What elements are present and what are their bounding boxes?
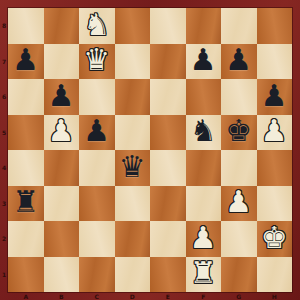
square-c1[interactable] xyxy=(79,257,115,293)
square-f2[interactable]: ♟ xyxy=(186,221,222,257)
square-f7[interactable]: ♟ xyxy=(186,44,222,80)
white-pawn[interactable]: ♟ xyxy=(225,187,252,217)
rank-label-1: 1 xyxy=(0,257,8,293)
square-g1[interactable] xyxy=(221,257,257,293)
square-a1[interactable] xyxy=(8,257,44,293)
square-f8[interactable] xyxy=(186,8,222,44)
square-f5[interactable]: ♞ xyxy=(186,115,222,151)
square-h7[interactable] xyxy=(257,44,293,80)
square-c6[interactable] xyxy=(79,79,115,115)
file-label-c: C xyxy=(79,292,115,300)
square-b2[interactable] xyxy=(44,221,80,257)
chess-board-frame: 87654321 ABCDEFGH ♞♟♛♟♟♟♟♟♟♞♚♟♛♜♟♟♚♜ xyxy=(0,0,300,300)
black-pawn[interactable]: ♟ xyxy=(261,81,288,111)
square-e3[interactable] xyxy=(150,186,186,222)
white-knight[interactable]: ♞ xyxy=(83,10,110,40)
square-b8[interactable] xyxy=(44,8,80,44)
square-a8[interactable] xyxy=(8,8,44,44)
square-b1[interactable] xyxy=(44,257,80,293)
square-b4[interactable] xyxy=(44,150,80,186)
square-h2[interactable]: ♚ xyxy=(257,221,293,257)
white-pawn[interactable]: ♟ xyxy=(48,116,75,146)
square-g4[interactable] xyxy=(221,150,257,186)
square-g7[interactable]: ♟ xyxy=(221,44,257,80)
square-d7[interactable] xyxy=(115,44,151,80)
rank-label-2: 2 xyxy=(0,221,8,257)
white-queen[interactable]: ♛ xyxy=(83,45,110,75)
rank-label-6: 6 xyxy=(0,79,8,115)
square-a2[interactable] xyxy=(8,221,44,257)
square-b3[interactable] xyxy=(44,186,80,222)
square-b6[interactable]: ♟ xyxy=(44,79,80,115)
square-c3[interactable] xyxy=(79,186,115,222)
square-f4[interactable] xyxy=(186,150,222,186)
square-g2[interactable] xyxy=(221,221,257,257)
square-h5[interactable]: ♟ xyxy=(257,115,293,151)
file-labels: ABCDEFGH xyxy=(8,292,292,300)
file-label-a: A xyxy=(8,292,44,300)
square-h6[interactable]: ♟ xyxy=(257,79,293,115)
file-label-g: G xyxy=(221,292,257,300)
square-h4[interactable] xyxy=(257,150,293,186)
square-d2[interactable] xyxy=(115,221,151,257)
file-label-e: E xyxy=(150,292,186,300)
square-e5[interactable] xyxy=(150,115,186,151)
square-c5[interactable]: ♟ xyxy=(79,115,115,151)
square-g5[interactable]: ♚ xyxy=(221,115,257,151)
square-g3[interactable]: ♟ xyxy=(221,186,257,222)
square-c8[interactable]: ♞ xyxy=(79,8,115,44)
square-c2[interactable] xyxy=(79,221,115,257)
square-d3[interactable] xyxy=(115,186,151,222)
square-h3[interactable] xyxy=(257,186,293,222)
white-king[interactable]: ♚ xyxy=(261,223,288,253)
square-e1[interactable] xyxy=(150,257,186,293)
square-e4[interactable] xyxy=(150,150,186,186)
square-a3[interactable]: ♜ xyxy=(8,186,44,222)
square-a6[interactable] xyxy=(8,79,44,115)
square-f1[interactable]: ♜ xyxy=(186,257,222,293)
black-pawn[interactable]: ♟ xyxy=(190,45,217,75)
square-f3[interactable] xyxy=(186,186,222,222)
square-d4[interactable]: ♛ xyxy=(115,150,151,186)
rank-label-8: 8 xyxy=(0,8,8,44)
square-d1[interactable] xyxy=(115,257,151,293)
black-king[interactable]: ♚ xyxy=(225,116,252,146)
rank-label-3: 3 xyxy=(0,186,8,222)
square-g8[interactable] xyxy=(221,8,257,44)
file-label-h: H xyxy=(257,292,293,300)
black-pawn[interactable]: ♟ xyxy=(225,45,252,75)
rank-label-7: 7 xyxy=(0,44,8,80)
square-e6[interactable] xyxy=(150,79,186,115)
rank-label-5: 5 xyxy=(0,115,8,151)
file-label-d: D xyxy=(115,292,151,300)
file-label-f: F xyxy=(186,292,222,300)
black-pawn[interactable]: ♟ xyxy=(12,45,39,75)
square-h1[interactable] xyxy=(257,257,293,293)
square-e2[interactable] xyxy=(150,221,186,257)
square-g6[interactable] xyxy=(221,79,257,115)
white-pawn[interactable]: ♟ xyxy=(261,116,288,146)
square-e8[interactable] xyxy=(150,8,186,44)
square-h8[interactable] xyxy=(257,8,293,44)
black-knight[interactable]: ♞ xyxy=(190,116,217,146)
black-pawn[interactable]: ♟ xyxy=(83,116,110,146)
square-b5[interactable]: ♟ xyxy=(44,115,80,151)
square-d6[interactable] xyxy=(115,79,151,115)
square-f6[interactable] xyxy=(186,79,222,115)
square-c4[interactable] xyxy=(79,150,115,186)
square-c7[interactable]: ♛ xyxy=(79,44,115,80)
file-label-b: B xyxy=(44,292,80,300)
black-pawn[interactable]: ♟ xyxy=(48,81,75,111)
square-a4[interactable] xyxy=(8,150,44,186)
square-d8[interactable] xyxy=(115,8,151,44)
white-rook[interactable]: ♜ xyxy=(190,258,217,288)
chess-board: ♞♟♛♟♟♟♟♟♟♞♚♟♛♜♟♟♚♜ xyxy=(8,8,292,292)
rank-labels: 87654321 xyxy=(0,8,8,292)
square-b7[interactable] xyxy=(44,44,80,80)
black-rook[interactable]: ♜ xyxy=(12,187,39,217)
square-a7[interactable]: ♟ xyxy=(8,44,44,80)
rank-label-4: 4 xyxy=(0,150,8,186)
square-d5[interactable] xyxy=(115,115,151,151)
square-a5[interactable] xyxy=(8,115,44,151)
black-queen[interactable]: ♛ xyxy=(119,152,146,182)
white-pawn[interactable]: ♟ xyxy=(190,223,217,253)
square-e7[interactable] xyxy=(150,44,186,80)
